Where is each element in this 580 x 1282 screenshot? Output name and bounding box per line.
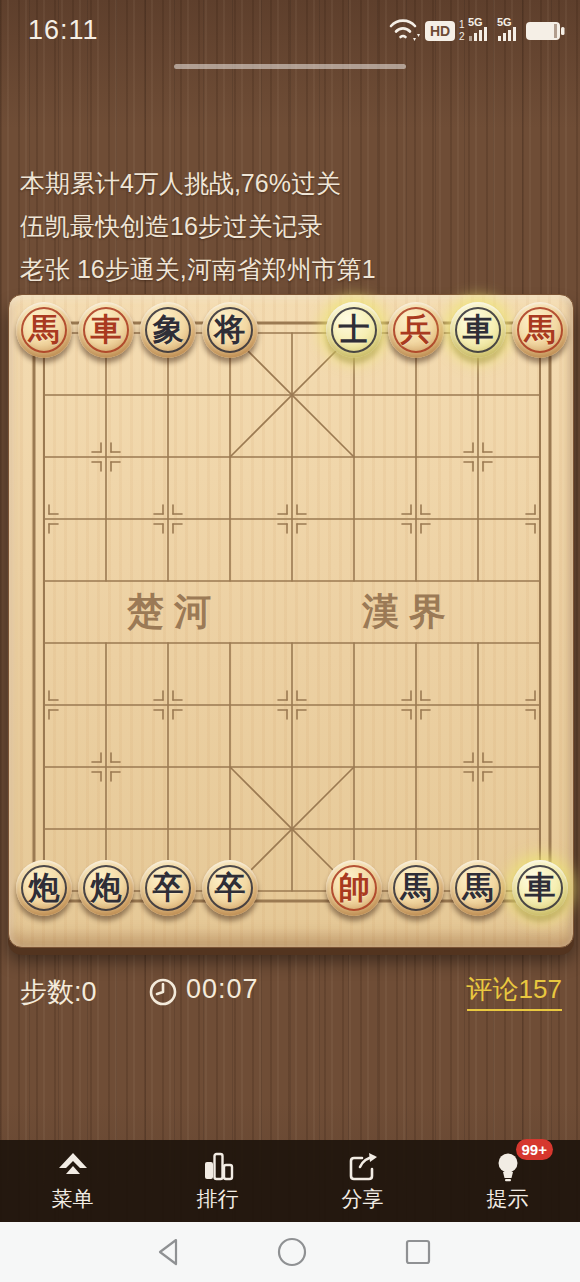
nav-item-menu[interactable]: 菜单	[0, 1140, 145, 1222]
piece-character: 卒	[202, 860, 258, 916]
status-bar: 16:11 HD 1 2 5G 5G	[0, 0, 580, 60]
piece-black-馬[interactable]: 馬	[450, 860, 506, 916]
nav-label-share: 分享	[342, 1185, 384, 1213]
svg-text:5G: 5G	[468, 16, 483, 28]
announcement-line-2: 伍凯最快创造16步过关记录	[20, 211, 565, 241]
piece-red-車[interactable]: 車	[78, 302, 134, 358]
svg-text:5G: 5G	[497, 16, 512, 28]
piece-black-車[interactable]: 車	[512, 860, 568, 916]
piece-black-象[interactable]: 象	[140, 302, 196, 358]
nav-item-share[interactable]: 分享	[290, 1140, 435, 1222]
piece-black-炮[interactable]: 炮	[78, 860, 134, 916]
timer-text: 00:07	[186, 974, 259, 1005]
river-label-left: 楚河	[94, 587, 254, 637]
river-label-right: 漢界	[329, 587, 489, 637]
announcement-line-1: 本期累计4万人挑战,76%过关	[20, 168, 565, 198]
battery-icon	[526, 22, 565, 40]
svg-text:1: 1	[459, 19, 465, 30]
move-counter: 步数:0	[20, 974, 97, 1010]
piece-black-車[interactable]: 車	[450, 302, 506, 358]
notch-handle	[174, 64, 406, 69]
piece-character: 馬	[388, 860, 444, 916]
piece-black-卒[interactable]: 卒	[202, 860, 258, 916]
piece-character: 馬	[16, 302, 72, 358]
dual-sim-indicator: 1 2	[459, 19, 465, 42]
status-icons: HD 1 2 5G 5G	[389, 13, 574, 49]
hint-badge: 99+	[516, 1139, 553, 1160]
piece-black-将[interactable]: 将	[202, 302, 258, 358]
svg-text:2: 2	[459, 31, 465, 42]
piece-red-馬[interactable]: 馬	[512, 302, 568, 358]
piece-red-帥[interactable]: 帥	[326, 860, 382, 916]
piece-character: 帥	[326, 860, 382, 916]
clock-time: 16:11	[28, 15, 99, 46]
rank-chart-icon	[201, 1152, 235, 1182]
comments-link[interactable]: 评论157	[467, 972, 562, 1011]
piece-character: 卒	[140, 860, 196, 916]
piece-character: 車	[78, 302, 134, 358]
xiangqi-board[interactable]: 楚河 漢界 馬車象将士兵車馬炮炮卒卒帥馬馬車	[8, 294, 574, 948]
piece-character: 士	[326, 302, 382, 358]
menu-icon	[56, 1152, 90, 1182]
announcement-line-3: 老张 16步通关,河南省郑州市第1	[20, 254, 565, 284]
signal-5g-1: 5G	[468, 16, 487, 41]
piece-character: 象	[140, 302, 196, 358]
bottom-nav: 菜单 排行 分享 99+ 提示	[0, 1140, 580, 1222]
piece-black-卒[interactable]: 卒	[140, 860, 196, 916]
piece-character: 馬	[450, 860, 506, 916]
piece-black-炮[interactable]: 炮	[16, 860, 72, 916]
nav-label-hint: 提示	[487, 1185, 529, 1213]
nav-item-rank[interactable]: 排行	[145, 1140, 290, 1222]
android-navbar	[0, 1222, 580, 1282]
recents-button[interactable]	[404, 1238, 432, 1266]
wifi-arrows	[413, 34, 420, 41]
home-button[interactable]	[276, 1236, 308, 1268]
app-screen: 16:11 HD 1 2 5G 5G	[0, 0, 580, 1282]
nav-item-hint[interactable]: 99+ 提示	[435, 1140, 580, 1222]
nav-label-menu: 菜单	[52, 1185, 94, 1213]
piece-character: 兵	[388, 302, 444, 358]
piece-character: 将	[202, 302, 258, 358]
svg-text:HD: HD	[430, 23, 450, 39]
piece-character: 炮	[78, 860, 134, 916]
signal-5g-2: 5G	[497, 16, 516, 41]
share-icon	[346, 1152, 380, 1182]
piece-black-士[interactable]: 士	[326, 302, 382, 358]
wifi-icon	[391, 21, 415, 37]
piece-character: 馬	[512, 302, 568, 358]
back-button[interactable]	[155, 1237, 181, 1267]
piece-black-馬[interactable]: 馬	[388, 860, 444, 916]
piece-character: 車	[512, 860, 568, 916]
timer-icon	[148, 977, 178, 1007]
piece-character: 炮	[16, 860, 72, 916]
piece-red-馬[interactable]: 馬	[16, 302, 72, 358]
piece-character: 車	[450, 302, 506, 358]
nav-label-rank: 排行	[197, 1185, 239, 1213]
piece-red-兵[interactable]: 兵	[388, 302, 444, 358]
